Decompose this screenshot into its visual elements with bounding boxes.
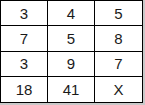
grid-cell: 7	[1, 26, 48, 51]
grid-cell: 8	[95, 26, 142, 51]
grid-cell: 9	[48, 52, 95, 77]
grid-cell: 3	[1, 1, 48, 26]
grid-cell: 41	[48, 77, 95, 102]
grid-cell: 4	[48, 1, 95, 26]
grid-cell: 5	[95, 1, 142, 26]
grid-cell-unknown: X	[95, 77, 142, 102]
grid-cell: 7	[95, 52, 142, 77]
grid-cell: 18	[1, 77, 48, 102]
grid-cell: 3	[1, 52, 48, 77]
puzzle-grid: 3 4 5 7 5 8 3 9 7 18 41 X	[0, 0, 143, 103]
grid-cell: 5	[48, 26, 95, 51]
